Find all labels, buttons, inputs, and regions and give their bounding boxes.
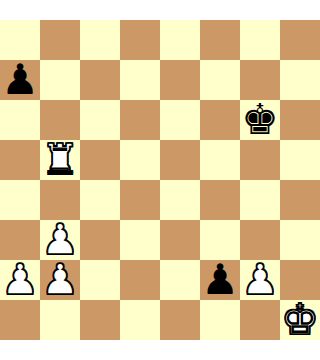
- square-d7[interactable]: [120, 60, 160, 100]
- square-g2[interactable]: ♟: [240, 260, 280, 300]
- square-b7[interactable]: [40, 60, 80, 100]
- square-d8[interactable]: [120, 20, 160, 60]
- square-b6[interactable]: [40, 100, 80, 140]
- square-f4[interactable]: [200, 180, 240, 220]
- white-king[interactable]: ♚: [281, 300, 319, 340]
- square-c1[interactable]: [80, 300, 120, 340]
- square-e5[interactable]: [160, 140, 200, 180]
- white-pawn[interactable]: ♟: [41, 220, 79, 260]
- square-d2[interactable]: [120, 260, 160, 300]
- square-f6[interactable]: [200, 100, 240, 140]
- square-e4[interactable]: [160, 180, 200, 220]
- square-g4[interactable]: [240, 180, 280, 220]
- square-g1[interactable]: [240, 300, 280, 340]
- square-f7[interactable]: [200, 60, 240, 100]
- square-e3[interactable]: [160, 220, 200, 260]
- square-a1[interactable]: [0, 300, 40, 340]
- square-g6[interactable]: ♚: [240, 100, 280, 140]
- square-b8[interactable]: [40, 20, 80, 60]
- square-c5[interactable]: [80, 140, 120, 180]
- square-c7[interactable]: [80, 60, 120, 100]
- square-c6[interactable]: [80, 100, 120, 140]
- square-c8[interactable]: [80, 20, 120, 60]
- square-f3[interactable]: [200, 220, 240, 260]
- square-e2[interactable]: [160, 260, 200, 300]
- square-f2[interactable]: ♟: [200, 260, 240, 300]
- square-g7[interactable]: [240, 60, 280, 100]
- square-h6[interactable]: [280, 100, 320, 140]
- square-a7[interactable]: ♟: [0, 60, 40, 100]
- square-d6[interactable]: [120, 100, 160, 140]
- square-a8[interactable]: [0, 20, 40, 60]
- square-d1[interactable]: [120, 300, 160, 340]
- square-b4[interactable]: [40, 180, 80, 220]
- white-pawn[interactable]: ♟: [41, 260, 79, 300]
- square-e1[interactable]: [160, 300, 200, 340]
- screenshot-root: { "game": "chess", "title": "T1.1854", "…: [0, 0, 320, 360]
- square-h7[interactable]: [280, 60, 320, 100]
- square-h2[interactable]: [280, 260, 320, 300]
- square-c2[interactable]: [80, 260, 120, 300]
- chess-problem-page: T1.1854 ♟♚♜♟♟♟♟♟♚ 1. ?: [0, 0, 320, 360]
- white-rook[interactable]: ♜: [41, 140, 79, 180]
- square-g8[interactable]: [240, 20, 280, 60]
- square-e7[interactable]: [160, 60, 200, 100]
- square-h3[interactable]: [280, 220, 320, 260]
- title-bar: T1.1854: [0, 0, 320, 20]
- black-king[interactable]: ♚: [241, 100, 279, 140]
- square-d4[interactable]: [120, 180, 160, 220]
- square-b5[interactable]: ♜: [40, 140, 80, 180]
- square-f5[interactable]: [200, 140, 240, 180]
- square-c4[interactable]: [80, 180, 120, 220]
- chess-board: ♟♚♜♟♟♟♟♟♚: [0, 20, 320, 340]
- square-d5[interactable]: [120, 140, 160, 180]
- square-d3[interactable]: [120, 220, 160, 260]
- square-g5[interactable]: [240, 140, 280, 180]
- square-a6[interactable]: [0, 100, 40, 140]
- square-a2[interactable]: ♟: [0, 260, 40, 300]
- square-e6[interactable]: [160, 100, 200, 140]
- black-pawn[interactable]: ♟: [1, 60, 39, 100]
- prompt-bar: 1. ?: [0, 340, 320, 360]
- square-b2[interactable]: ♟: [40, 260, 80, 300]
- square-a5[interactable]: [0, 140, 40, 180]
- black-pawn[interactable]: ♟: [201, 260, 239, 300]
- square-f8[interactable]: [200, 20, 240, 60]
- square-a4[interactable]: [0, 180, 40, 220]
- square-h1[interactable]: ♚: [280, 300, 320, 340]
- square-a3[interactable]: [0, 220, 40, 260]
- square-h4[interactable]: [280, 180, 320, 220]
- square-b1[interactable]: [40, 300, 80, 340]
- square-e8[interactable]: [160, 20, 200, 60]
- square-b3[interactable]: ♟: [40, 220, 80, 260]
- white-pawn[interactable]: ♟: [241, 260, 279, 300]
- square-h5[interactable]: [280, 140, 320, 180]
- square-h8[interactable]: [280, 20, 320, 60]
- square-f1[interactable]: [200, 300, 240, 340]
- square-g3[interactable]: [240, 220, 280, 260]
- white-pawn[interactable]: ♟: [1, 260, 39, 300]
- square-c3[interactable]: [80, 220, 120, 260]
